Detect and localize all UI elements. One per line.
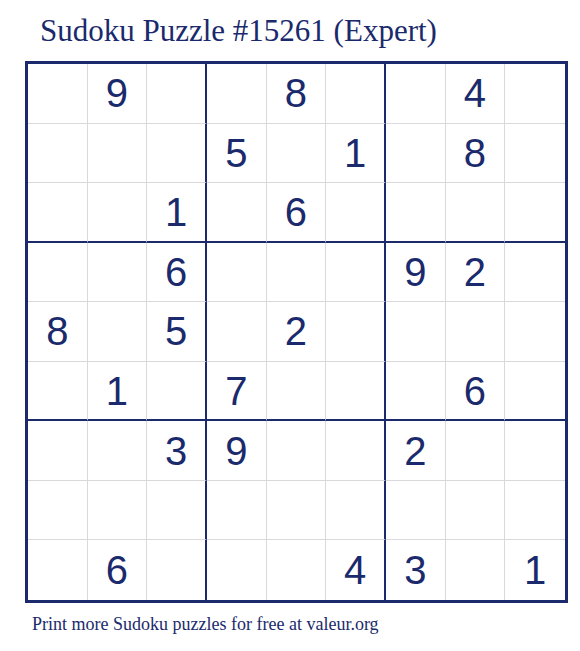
- sudoku-cell: [505, 362, 565, 422]
- sudoku-cell: [207, 481, 267, 541]
- sudoku-cell: 8: [28, 302, 88, 362]
- sudoku-cell: [28, 243, 88, 303]
- sudoku-cell: 1: [147, 183, 207, 243]
- sudoku-cell: [28, 64, 88, 124]
- sudoku-cell: [386, 362, 446, 422]
- sudoku-cell: [505, 124, 565, 184]
- sudoku-cell: [326, 421, 386, 481]
- sudoku-cell: 9: [88, 64, 148, 124]
- sudoku-cell: [207, 302, 267, 362]
- sudoku-cell: 2: [446, 243, 506, 303]
- sudoku-cell: [88, 481, 148, 541]
- sudoku-cell: [326, 64, 386, 124]
- sudoku-cell: [147, 481, 207, 541]
- sudoku-cell: 3: [386, 540, 446, 600]
- sudoku-cell: [505, 421, 565, 481]
- sudoku-cell: [147, 124, 207, 184]
- sudoku-cell: 5: [147, 302, 207, 362]
- sudoku-cell: [147, 362, 207, 422]
- sudoku-cell: [386, 64, 446, 124]
- sudoku-cell: 3: [147, 421, 207, 481]
- sudoku-cell: [207, 540, 267, 600]
- sudoku-cell: 6: [147, 243, 207, 303]
- sudoku-cell: 9: [207, 421, 267, 481]
- sudoku-cell: [446, 481, 506, 541]
- sudoku-cell: [326, 302, 386, 362]
- sudoku-cell: 2: [267, 302, 327, 362]
- sudoku-cell: [505, 302, 565, 362]
- sudoku-cell: [267, 124, 327, 184]
- sudoku-cell: [446, 540, 506, 600]
- sudoku-cell: [147, 64, 207, 124]
- sudoku-cell: [386, 481, 446, 541]
- sudoku-cell: 1: [88, 362, 148, 422]
- sudoku-cell: 1: [326, 124, 386, 184]
- sudoku-cell: [207, 64, 267, 124]
- sudoku-cell: 6: [446, 362, 506, 422]
- sudoku-page: Sudoku Puzzle #15261 (Expert) 9845181669…: [0, 0, 580, 651]
- sudoku-cell: [267, 421, 327, 481]
- sudoku-cell: 8: [446, 124, 506, 184]
- sudoku-cell: 6: [267, 183, 327, 243]
- sudoku-cell: 6: [88, 540, 148, 600]
- page-title: Sudoku Puzzle #15261 (Expert): [40, 13, 437, 49]
- sudoku-cell: [386, 124, 446, 184]
- sudoku-cell: [267, 481, 327, 541]
- sudoku-cell: 7: [207, 362, 267, 422]
- sudoku-cell: [28, 421, 88, 481]
- sudoku-cell: 8: [267, 64, 327, 124]
- sudoku-cell: [28, 124, 88, 184]
- sudoku-cell: [207, 243, 267, 303]
- sudoku-cell: [28, 540, 88, 600]
- sudoku-cell: 4: [446, 64, 506, 124]
- sudoku-cell: [88, 243, 148, 303]
- sudoku-cell: [28, 183, 88, 243]
- footer-text: Print more Sudoku puzzles for free at va…: [32, 614, 379, 635]
- sudoku-cell: [446, 421, 506, 481]
- sudoku-cell: [386, 302, 446, 362]
- sudoku-cell: [267, 362, 327, 422]
- sudoku-cell: [505, 481, 565, 541]
- sudoku-cell: [88, 421, 148, 481]
- sudoku-cell: [28, 481, 88, 541]
- sudoku-cell: [386, 183, 446, 243]
- sudoku-cell: [505, 243, 565, 303]
- sudoku-cell: [267, 540, 327, 600]
- sudoku-cell: [267, 243, 327, 303]
- sudoku-cell: [505, 183, 565, 243]
- sudoku-cell: [207, 183, 267, 243]
- sudoku-cell: [505, 64, 565, 124]
- sudoku-cell: 1: [505, 540, 565, 600]
- sudoku-cell: [326, 481, 386, 541]
- sudoku-cell: [446, 183, 506, 243]
- sudoku-cell: [326, 362, 386, 422]
- sudoku-cell: 4: [326, 540, 386, 600]
- sudoku-cell: 9: [386, 243, 446, 303]
- sudoku-cell: [446, 302, 506, 362]
- sudoku-cell: [326, 243, 386, 303]
- sudoku-cell: [88, 183, 148, 243]
- sudoku-cell: [326, 183, 386, 243]
- sudoku-cell: 2: [386, 421, 446, 481]
- sudoku-cell: [28, 362, 88, 422]
- sudoku-cell: [88, 124, 148, 184]
- sudoku-cell: [147, 540, 207, 600]
- sudoku-cell: [88, 302, 148, 362]
- sudoku-board: 984518166928521763926431: [25, 61, 568, 603]
- sudoku-cell: 5: [207, 124, 267, 184]
